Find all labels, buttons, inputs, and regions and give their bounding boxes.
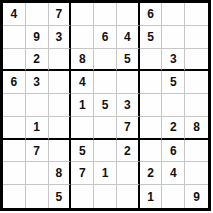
- cell-r1c2[interactable]: [26, 3, 49, 26]
- cell-r7c5[interactable]: [94, 140, 117, 163]
- cell-r6c2[interactable]: 1: [26, 117, 49, 140]
- cell-r8c5[interactable]: 1: [94, 162, 117, 185]
- cell-r3c7[interactable]: [140, 49, 163, 72]
- cell-r2c6[interactable]: 4: [117, 26, 140, 49]
- cell-r2c2[interactable]: 9: [26, 26, 49, 49]
- cell-r2c8[interactable]: [162, 26, 185, 49]
- cell-r6c1[interactable]: [3, 117, 26, 140]
- cell-r8c9[interactable]: [185, 162, 208, 185]
- cell-r7c6[interactable]: 2: [117, 140, 140, 163]
- cell-r6c9[interactable]: 8: [185, 117, 208, 140]
- cell-r7c1[interactable]: [3, 140, 26, 163]
- cell-r6c6[interactable]: 7: [117, 117, 140, 140]
- cell-r9c5[interactable]: [94, 185, 117, 208]
- cell-r5c1[interactable]: [3, 94, 26, 117]
- cell-r5c2[interactable]: [26, 94, 49, 117]
- cell-r6c5[interactable]: [94, 117, 117, 140]
- cell-r2c4[interactable]: [71, 26, 94, 49]
- cell-r5c3[interactable]: [49, 94, 72, 117]
- cell-r5c7[interactable]: [140, 94, 163, 117]
- cell-r1c6[interactable]: [117, 3, 140, 26]
- cell-r4c6[interactable]: [117, 71, 140, 94]
- cell-r2c1[interactable]: [3, 26, 26, 49]
- cell-r5c9[interactable]: [185, 94, 208, 117]
- cell-r7c9[interactable]: [185, 140, 208, 163]
- cell-r7c2[interactable]: 7: [26, 140, 49, 163]
- sudoku-puzzle: 47693645285363451531728752687124519: [0, 0, 213, 213]
- cell-r2c7[interactable]: 5: [140, 26, 163, 49]
- cell-r5c6[interactable]: 3: [117, 94, 140, 117]
- cell-r9c7[interactable]: 1: [140, 185, 163, 208]
- cell-r7c7[interactable]: [140, 140, 163, 163]
- cell-r8c1[interactable]: [3, 162, 26, 185]
- cell-r2c3[interactable]: 3: [49, 26, 72, 49]
- cell-r1c3[interactable]: 7: [49, 3, 72, 26]
- cell-r9c8[interactable]: [162, 185, 185, 208]
- cell-r6c7[interactable]: [140, 117, 163, 140]
- cell-r8c7[interactable]: 2: [140, 162, 163, 185]
- cell-r3c9[interactable]: [185, 49, 208, 72]
- cell-r7c3[interactable]: [49, 140, 72, 163]
- cell-r4c8[interactable]: 5: [162, 71, 185, 94]
- cell-r2c9[interactable]: [185, 26, 208, 49]
- cell-r4c5[interactable]: [94, 71, 117, 94]
- cell-r4c4[interactable]: 4: [71, 71, 94, 94]
- cell-r9c4[interactable]: [71, 185, 94, 208]
- cell-r7c4[interactable]: 5: [71, 140, 94, 163]
- sudoku-board: 47693645285363451531728752687124519: [0, 0, 211, 211]
- cell-r1c9[interactable]: [185, 3, 208, 26]
- cell-r3c2[interactable]: 2: [26, 49, 49, 72]
- cell-r6c3[interactable]: [49, 117, 72, 140]
- cell-r8c8[interactable]: 4: [162, 162, 185, 185]
- cell-r1c8[interactable]: [162, 3, 185, 26]
- cell-r4c2[interactable]: 3: [26, 71, 49, 94]
- cell-r2c5[interactable]: 6: [94, 26, 117, 49]
- cell-r5c5[interactable]: 5: [94, 94, 117, 117]
- cell-r5c8[interactable]: [162, 94, 185, 117]
- cell-r4c7[interactable]: [140, 71, 163, 94]
- cell-r7c8[interactable]: 6: [162, 140, 185, 163]
- cell-r4c1[interactable]: 6: [3, 71, 26, 94]
- cell-r9c3[interactable]: 5: [49, 185, 72, 208]
- cell-r3c1[interactable]: [3, 49, 26, 72]
- cell-r6c4[interactable]: [71, 117, 94, 140]
- cell-r3c5[interactable]: [94, 49, 117, 72]
- cell-r3c3[interactable]: [49, 49, 72, 72]
- cell-r8c3[interactable]: 8: [49, 162, 72, 185]
- cell-r4c9[interactable]: [185, 71, 208, 94]
- cell-r8c6[interactable]: [117, 162, 140, 185]
- cell-r9c9[interactable]: 9: [185, 185, 208, 208]
- cell-r1c5[interactable]: [94, 3, 117, 26]
- cell-r3c6[interactable]: 5: [117, 49, 140, 72]
- cell-r6c8[interactable]: 2: [162, 117, 185, 140]
- cell-r9c1[interactable]: [3, 185, 26, 208]
- cell-r1c1[interactable]: 4: [3, 3, 26, 26]
- cell-r3c8[interactable]: 3: [162, 49, 185, 72]
- cell-r9c2[interactable]: [26, 185, 49, 208]
- cell-r1c7[interactable]: 6: [140, 3, 163, 26]
- cell-r4c3[interactable]: [49, 71, 72, 94]
- cell-r9c6[interactable]: [117, 185, 140, 208]
- cell-r8c2[interactable]: [26, 162, 49, 185]
- cell-r8c4[interactable]: 7: [71, 162, 94, 185]
- cell-r3c4[interactable]: 8: [71, 49, 94, 72]
- cell-r5c4[interactable]: 1: [71, 94, 94, 117]
- cell-r1c4[interactable]: [71, 3, 94, 26]
